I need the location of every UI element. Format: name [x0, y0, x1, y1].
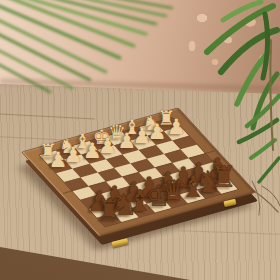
- white-pawn: ♟: [148, 121, 167, 142]
- white-pawn: ♟: [167, 116, 186, 137]
- white-pawn: ♟: [98, 135, 117, 156]
- white-pawn: ♟: [64, 144, 83, 165]
- pieces-layer: ♜♞♝♚♛♝♞♜♟♟♟♟♟♟♟♟♟♟♟♟♟♟♟♟♜♞♝♚♛♝♞♜: [0, 0, 280, 280]
- photo-chess-set-scene: ♜♞♝♚♛♝♞♜♟♟♟♟♟♟♟♟♟♟♟♟♟♟♟♟♜♞♝♚♛♝♞♜: [0, 0, 280, 280]
- black-rook: ♜: [210, 163, 236, 192]
